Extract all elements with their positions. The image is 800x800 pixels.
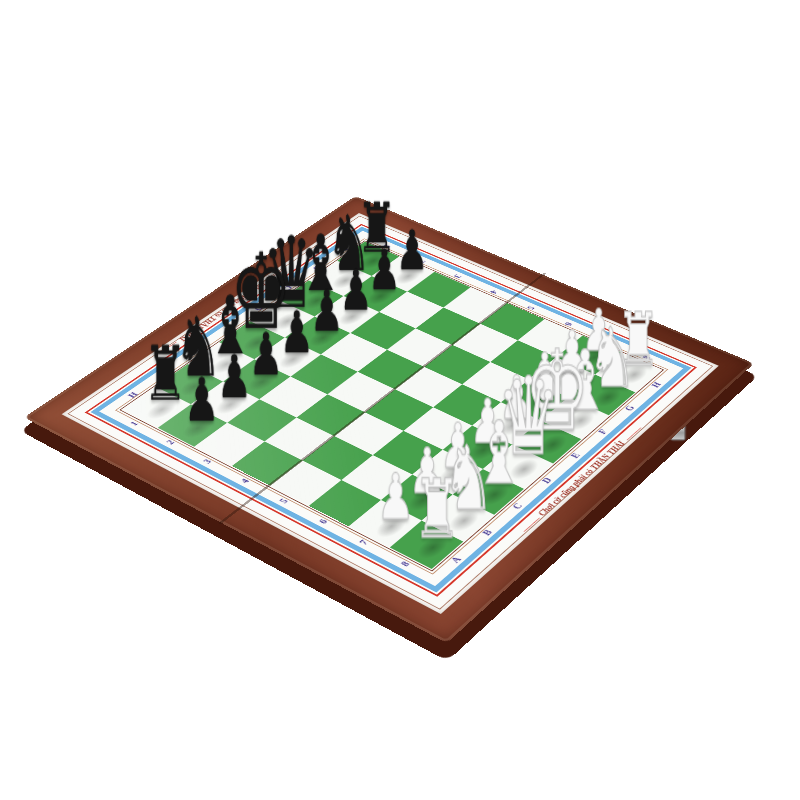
printed-board-sheet: ——— Chơi cờ cũng phải có THẦN THÁI ——— —…	[62, 213, 719, 614]
black-pawn[interactable]: ♟	[279, 303, 313, 361]
black-pawn[interactable]: ♟	[310, 282, 344, 339]
rank-label: 7	[357, 538, 370, 546]
black-pawn[interactable]: ♟	[339, 262, 372, 318]
white-pawn[interactable]: ♟	[376, 465, 414, 529]
black-pawn[interactable]: ♟	[368, 242, 401, 298]
black-pawn[interactable]: ♟	[248, 325, 283, 384]
rank-label: 5	[277, 497, 290, 504]
black-pawn[interactable]: ♟	[216, 347, 251, 406]
chess-board-3d: ——— Chơi cờ cũng phải có THẦN THÁI ——— —…	[24, 196, 754, 643]
rank-label: 3	[452, 273, 463, 279]
black-rook[interactable]: ♜	[143, 336, 187, 411]
black-pawn[interactable]: ♟	[184, 369, 220, 429]
rank-label: 6	[316, 517, 329, 525]
rank-label: 2	[164, 439, 176, 446]
white-rook[interactable]: ♜	[413, 468, 461, 549]
rank-label: 8	[398, 560, 411, 568]
product-photo-scene: ——— Chơi cờ cũng phải có THẦN THÁI ——— —…	[0, 0, 800, 800]
wood-frame: ——— Chơi cờ cũng phải có THẦN THÁI ——— —…	[24, 196, 754, 643]
